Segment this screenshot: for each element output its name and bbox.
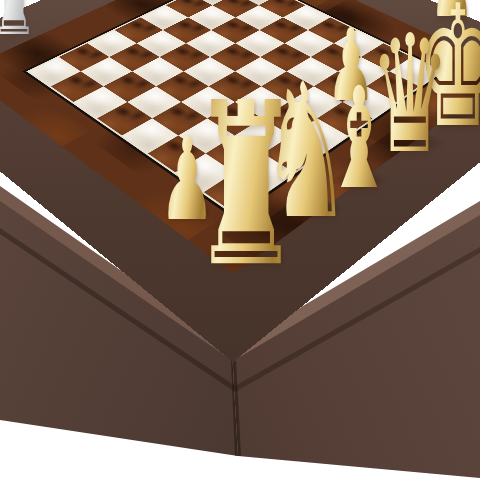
black-rook-a8-partial: ♜ <box>0 0 37 49</box>
white-rook-a1: ♜ <box>191 73 302 298</box>
pieces-layer: ♜♟♟♚♛♝♞♟♜ <box>0 0 480 480</box>
chess-set-photo: ♜♟♟♚♛♝♞♟♜ <box>0 0 480 480</box>
